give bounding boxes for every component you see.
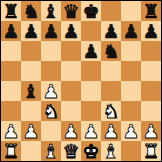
white-knight-c3[interactable]: ♞ xyxy=(42,101,59,121)
square-f5[interactable] xyxy=(101,61,121,81)
square-h4[interactable] xyxy=(141,81,161,101)
black-pawn-d7[interactable]: ♟ xyxy=(62,21,79,41)
black-king-e8[interactable]: ♚ xyxy=(82,1,99,21)
square-h7[interactable]: ♟ xyxy=(141,21,161,41)
square-h8[interactable]: ♜ xyxy=(141,1,161,21)
square-b7[interactable]: ♟ xyxy=(21,21,41,41)
black-pawn-f7[interactable]: ♟ xyxy=(102,21,119,41)
square-h3[interactable] xyxy=(141,101,161,121)
black-pawn-h7[interactable]: ♟ xyxy=(142,21,159,41)
square-g1[interactable] xyxy=(121,141,141,161)
square-a1[interactable]: ♜ xyxy=(1,141,21,161)
black-knight-b8[interactable]: ♞ xyxy=(22,1,39,21)
square-e5[interactable] xyxy=(81,61,101,81)
white-pawn-c4[interactable]: ♟ xyxy=(42,81,59,101)
square-d2[interactable]: ♟ xyxy=(61,121,81,141)
black-pawn-e6[interactable]: ♟ xyxy=(82,41,99,61)
chess-board: ♜♞♝♛♚♜♟♟♟♟♟♟♟♟♞♝♟♞♞♟♟♟♟♟♟♟♜♝♛♚♝♜ xyxy=(0,0,162,162)
white-pawn-f2[interactable]: ♟ xyxy=(102,121,119,141)
square-b5[interactable] xyxy=(21,61,41,81)
black-bishop-b4[interactable]: ♝ xyxy=(22,81,39,101)
square-f8[interactable] xyxy=(101,1,121,21)
square-d6[interactable] xyxy=(61,41,81,61)
white-rook-h1[interactable]: ♜ xyxy=(142,141,159,161)
square-a3[interactable] xyxy=(1,101,21,121)
square-e7[interactable] xyxy=(81,21,101,41)
square-f7[interactable]: ♟ xyxy=(101,21,121,41)
square-c4[interactable]: ♟ xyxy=(41,81,61,101)
square-d4[interactable] xyxy=(61,81,81,101)
square-e4[interactable] xyxy=(81,81,101,101)
square-f2[interactable]: ♟ xyxy=(101,121,121,141)
square-d3[interactable] xyxy=(61,101,81,121)
white-pawn-d2[interactable]: ♟ xyxy=(62,121,79,141)
square-h6[interactable] xyxy=(141,41,161,61)
white-queen-d1[interactable]: ♛ xyxy=(62,141,79,161)
white-pawn-h2[interactable]: ♟ xyxy=(142,121,159,141)
square-d8[interactable]: ♛ xyxy=(61,1,81,21)
white-pawn-a2[interactable]: ♟ xyxy=(2,121,19,141)
square-c3[interactable]: ♞ xyxy=(41,101,61,121)
square-b8[interactable]: ♞ xyxy=(21,1,41,21)
white-pawn-g2[interactable]: ♟ xyxy=(122,121,139,141)
black-pawn-c7[interactable]: ♟ xyxy=(42,21,59,41)
black-pawn-b7[interactable]: ♟ xyxy=(22,21,39,41)
white-knight-f3[interactable]: ♞ xyxy=(102,101,119,121)
square-e8[interactable]: ♚ xyxy=(81,1,101,21)
square-b2[interactable]: ♟ xyxy=(21,121,41,141)
square-c6[interactable] xyxy=(41,41,61,61)
square-c2[interactable] xyxy=(41,121,61,141)
square-a7[interactable]: ♟ xyxy=(1,21,21,41)
square-d1[interactable]: ♛ xyxy=(61,141,81,161)
square-c8[interactable]: ♝ xyxy=(41,1,61,21)
square-a2[interactable]: ♟ xyxy=(1,121,21,141)
square-g5[interactable] xyxy=(121,61,141,81)
black-pawn-a7[interactable]: ♟ xyxy=(2,21,19,41)
square-g8[interactable] xyxy=(121,1,141,21)
square-c5[interactable] xyxy=(41,61,61,81)
square-h2[interactable]: ♟ xyxy=(141,121,161,141)
square-g3[interactable] xyxy=(121,101,141,121)
black-rook-h8[interactable]: ♜ xyxy=(142,1,159,21)
square-e3[interactable] xyxy=(81,101,101,121)
square-a4[interactable] xyxy=(1,81,21,101)
square-g7[interactable]: ♟ xyxy=(121,21,141,41)
white-pawn-e2[interactable]: ♟ xyxy=(82,121,99,141)
square-g6[interactable] xyxy=(121,41,141,61)
square-h1[interactable]: ♜ xyxy=(141,141,161,161)
square-d5[interactable] xyxy=(61,61,81,81)
square-a5[interactable] xyxy=(1,61,21,81)
square-b1[interactable] xyxy=(21,141,41,161)
square-b4[interactable]: ♝ xyxy=(21,81,41,101)
square-e1[interactable]: ♚ xyxy=(81,141,101,161)
square-f4[interactable] xyxy=(101,81,121,101)
square-d7[interactable]: ♟ xyxy=(61,21,81,41)
square-h5[interactable] xyxy=(141,61,161,81)
square-f6[interactable]: ♞ xyxy=(101,41,121,61)
black-bishop-c8[interactable]: ♝ xyxy=(42,1,59,21)
square-e2[interactable]: ♟ xyxy=(81,121,101,141)
black-rook-a8[interactable]: ♜ xyxy=(2,1,19,21)
square-b3[interactable] xyxy=(21,101,41,121)
white-bishop-c1[interactable]: ♝ xyxy=(42,141,59,161)
square-c7[interactable]: ♟ xyxy=(41,21,61,41)
square-f3[interactable]: ♞ xyxy=(101,101,121,121)
white-pawn-b2[interactable]: ♟ xyxy=(22,121,39,141)
square-g2[interactable]: ♟ xyxy=(121,121,141,141)
square-b6[interactable] xyxy=(21,41,41,61)
white-king-e1[interactable]: ♚ xyxy=(82,141,99,161)
square-e6[interactable]: ♟ xyxy=(81,41,101,61)
white-rook-a1[interactable]: ♜ xyxy=(2,141,19,161)
black-queen-d8[interactable]: ♛ xyxy=(62,1,79,21)
black-knight-f6[interactable]: ♞ xyxy=(102,41,119,61)
white-bishop-f1[interactable]: ♝ xyxy=(102,141,119,161)
square-g4[interactable] xyxy=(121,81,141,101)
square-c1[interactable]: ♝ xyxy=(41,141,61,161)
black-pawn-g7[interactable]: ♟ xyxy=(122,21,139,41)
square-a8[interactable]: ♜ xyxy=(1,1,21,21)
square-a6[interactable] xyxy=(1,41,21,61)
square-f1[interactable]: ♝ xyxy=(101,141,121,161)
